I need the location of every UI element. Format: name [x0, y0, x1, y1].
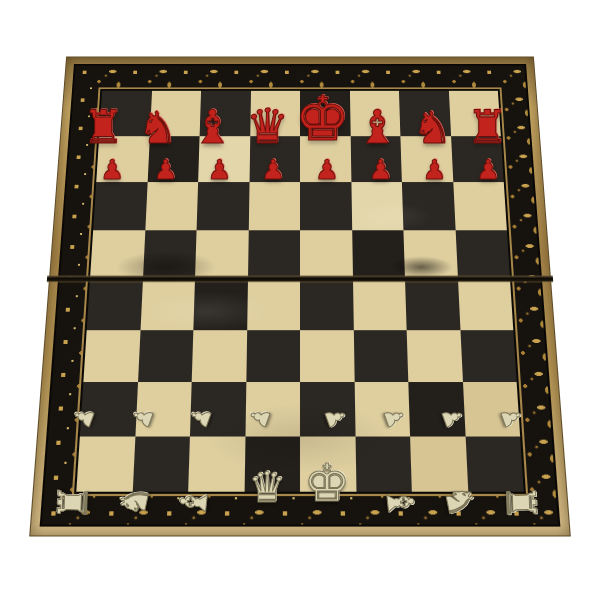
piece-ivory-knight-b1[interactable]: ♞	[114, 481, 156, 520]
piece-red-bishop-f8[interactable]: ♝	[357, 104, 398, 150]
piece-red-pawn-d7[interactable]: ♟	[261, 156, 285, 183]
piece-ivory-rook-h1[interactable]: ♜	[500, 484, 541, 521]
piece-ivory-pawn-g2[interactable]: ♟	[437, 403, 467, 431]
piece-ivory-pawn-h2[interactable]: ♟	[496, 403, 526, 431]
piece-red-pawn-g7[interactable]: ♟	[422, 156, 446, 183]
piece-ivory-knight-g1[interactable]: ♞	[438, 481, 480, 520]
piece-ivory-bishop-f1[interactable]: ♝	[380, 484, 419, 520]
piece-red-rook-h8[interactable]: ♜	[466, 104, 507, 150]
piece-ivory-pawn-f2[interactable]: ♟	[379, 403, 409, 431]
piece-red-queen-d8[interactable]: ♛	[246, 102, 289, 150]
piece-red-pawn-b7[interactable]: ♟	[154, 156, 178, 183]
piece-red-knight-g8[interactable]: ♞	[412, 106, 451, 150]
piece-ivory-king-e1[interactable]: ♚	[304, 457, 351, 509]
piece-ivory-pawn-e2[interactable]: ♟	[320, 403, 350, 431]
piece-ivory-rook-a1[interactable]: ♜	[52, 484, 93, 521]
piece-ivory-pawn-b2[interactable]: ♟	[128, 403, 158, 431]
piece-red-pawn-a7[interactable]: ♟	[100, 156, 124, 183]
piece-red-knight-b8[interactable]: ♞	[138, 106, 177, 150]
piece-red-pawn-f7[interactable]: ♟	[368, 156, 392, 183]
piece-red-bishop-c8[interactable]: ♝	[192, 104, 233, 150]
piece-ivory-queen-d1[interactable]: ♛	[248, 467, 286, 509]
piece-red-rook-a8[interactable]: ♜	[82, 104, 123, 150]
piece-red-pawn-c7[interactable]: ♟	[207, 156, 231, 183]
piece-red-pawn-e7[interactable]: ♟	[315, 156, 339, 183]
piece-ivory-pawn-a2[interactable]: ♟	[69, 403, 99, 431]
piece-red-king-e8[interactable]: ♚	[295, 88, 351, 150]
piece-ivory-bishop-c1[interactable]: ♝	[175, 484, 214, 520]
piece-ivory-pawn-d2[interactable]: ♟	[245, 403, 275, 431]
piece-red-pawn-h7[interactable]: ♟	[476, 156, 500, 183]
pieces-layer: ♜♞♝♛♚♝♞♜♟♟♟♟♟♟♟♟♟♟♟♟♟♟♟♟♜♞♝♛♚♝♞♜	[0, 0, 600, 600]
piece-ivory-pawn-c2[interactable]: ♟	[187, 403, 217, 431]
